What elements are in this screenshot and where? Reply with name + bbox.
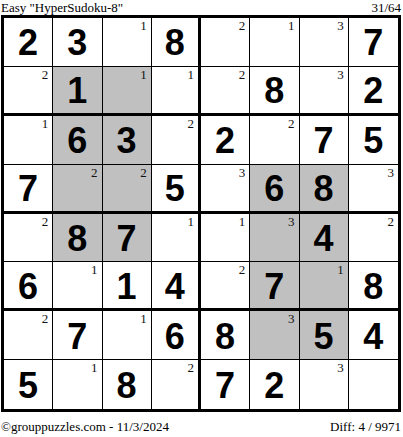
cell-r2c8: 2 (349, 67, 398, 116)
given-digit: 2 (264, 365, 284, 404)
cell-r7c3: 1 (103, 311, 152, 360)
corner-mark: 1 (91, 361, 98, 375)
cell-r8c8 (349, 360, 398, 409)
corner-mark: 2 (91, 166, 98, 180)
cell-r5c4: 1 (152, 214, 201, 263)
given-digit: 6 (165, 316, 185, 355)
corner-mark: 2 (188, 361, 195, 375)
page-header: Easy "HyperSudoku-8" 31/64 (0, 0, 403, 15)
cell-r3c4: 2 (152, 116, 201, 165)
cell-r7c5: 8 (201, 311, 250, 360)
given-digit: 7 (18, 168, 38, 207)
given-digit: 8 (117, 365, 137, 404)
corner-mark: 3 (288, 215, 295, 229)
cell-r5c7: 4 (300, 214, 349, 263)
cell-r7c2: 7 (53, 311, 102, 360)
given-digit: 1 (117, 266, 137, 305)
cell-r4c4: 5 (152, 165, 201, 214)
given-digit: 6 (264, 168, 284, 207)
cell-r5c8: 2 (349, 214, 398, 263)
given-digit: 4 (314, 218, 334, 257)
cell-r1c3: 1 (103, 18, 152, 67)
puzzle-page: Easy "HyperSudoku-8" 31/64 2318213721112… (0, 0, 403, 437)
difficulty-text: Diff: 4 / 9971 (330, 420, 401, 434)
given-digit: 7 (314, 120, 334, 159)
sudoku-board: 2318213721112832163222757225368328711342… (1, 15, 401, 412)
corner-mark: 2 (239, 68, 246, 82)
cell-r1c4: 8 (152, 18, 201, 67)
corner-mark: 1 (188, 68, 195, 82)
cell-r4c1: 7 (4, 165, 53, 214)
corner-mark: 3 (337, 19, 344, 33)
given-digit: 5 (363, 120, 383, 159)
cell-r3c2: 6 (53, 116, 102, 165)
corner-mark: 3 (388, 166, 395, 180)
cell-r6c7: 1 (300, 262, 349, 311)
cell-r1c8: 7 (349, 18, 398, 67)
cell-r2c5: 2 (201, 67, 250, 116)
cell-r7c1: 2 (4, 311, 53, 360)
corner-mark: 1 (140, 68, 147, 82)
given-digit: 7 (215, 365, 235, 404)
cell-r6c3: 1 (103, 262, 152, 311)
corner-mark: 3 (288, 312, 295, 326)
given-digit: 8 (314, 168, 334, 207)
given-digit: 8 (363, 266, 383, 305)
cell-r4c5: 3 (201, 165, 250, 214)
given-digit: 1 (67, 70, 87, 109)
corner-mark: 3 (337, 361, 344, 375)
cell-r3c6: 2 (250, 116, 299, 165)
cell-r8c1: 5 (4, 360, 53, 409)
given-digit: 8 (165, 22, 185, 61)
cell-r6c2: 1 (53, 262, 102, 311)
cell-r4c7: 8 (300, 165, 349, 214)
given-digit: 4 (165, 266, 185, 305)
corner-mark: 1 (337, 263, 344, 277)
cell-r3c8: 5 (349, 116, 398, 165)
given-digit: 2 (18, 22, 38, 61)
given-digit: 3 (117, 120, 137, 159)
cell-r1c2: 3 (53, 18, 102, 67)
given-digit: 8 (264, 70, 284, 109)
cell-r5c1: 2 (4, 214, 53, 263)
given-digit: 4 (363, 316, 383, 355)
cell-r8c6: 2 (250, 360, 299, 409)
cell-r2c6: 8 (250, 67, 299, 116)
given-digit: 2 (363, 70, 383, 109)
cell-r7c8: 4 (349, 311, 398, 360)
cell-r1c5: 2 (201, 18, 250, 67)
cell-r8c3: 8 (103, 360, 152, 409)
corner-mark: 1 (140, 312, 147, 326)
page-number: 31/64 (371, 1, 401, 14)
corner-mark: 2 (188, 117, 195, 131)
given-digit: 7 (264, 266, 284, 305)
corner-mark: 2 (239, 19, 246, 33)
corner-mark: 2 (388, 215, 395, 229)
corner-mark: 3 (337, 68, 344, 82)
corner-mark: 1 (91, 263, 98, 277)
cell-r7c6: 3 (250, 311, 299, 360)
corner-mark: 2 (239, 263, 246, 277)
cell-r2c3: 1 (103, 67, 152, 116)
cell-r6c1: 6 (4, 262, 53, 311)
cell-r8c4: 2 (152, 360, 201, 409)
given-digit: 7 (67, 316, 87, 355)
cell-r2c2: 1 (53, 67, 102, 116)
cell-r5c3: 7 (103, 214, 152, 263)
cell-r2c1: 2 (4, 67, 53, 116)
cell-r3c1: 1 (4, 116, 53, 165)
cell-r6c5: 2 (201, 262, 250, 311)
given-digit: 8 (215, 316, 235, 355)
corner-mark: 2 (42, 68, 49, 82)
cell-r2c4: 1 (152, 67, 201, 116)
corner-mark: 2 (42, 312, 49, 326)
corner-mark: 1 (288, 19, 295, 33)
corner-mark: 3 (239, 166, 246, 180)
cell-r8c2: 1 (53, 360, 102, 409)
cell-r6c6: 7 (250, 262, 299, 311)
given-digit: 6 (67, 120, 87, 159)
given-digit: 8 (67, 218, 87, 257)
cell-r1c1: 2 (4, 18, 53, 67)
corner-mark: 1 (42, 117, 49, 131)
cell-r3c5: 2 (201, 116, 250, 165)
given-digit: 7 (117, 218, 137, 257)
cell-r3c3: 3 (103, 116, 152, 165)
corner-mark: 2 (288, 117, 295, 131)
cell-r5c6: 3 (250, 214, 299, 263)
cell-r1c7: 3 (300, 18, 349, 67)
given-digit: 3 (67, 22, 87, 61)
corner-mark: 2 (140, 166, 147, 180)
cell-r2c7: 3 (300, 67, 349, 116)
cell-r3c7: 7 (300, 116, 349, 165)
cell-r8c7: 3 (300, 360, 349, 409)
cell-r7c4: 6 (152, 311, 201, 360)
cell-r1c6: 1 (250, 18, 299, 67)
given-digit: 5 (314, 316, 334, 355)
cell-r5c2: 8 (53, 214, 102, 263)
cell-r5c5: 1 (201, 214, 250, 263)
cell-r4c2: 2 (53, 165, 102, 214)
page-title: Easy "HyperSudoku-8" (1, 1, 123, 14)
given-digit: 7 (363, 22, 383, 61)
corner-mark: 1 (239, 215, 246, 229)
cell-r4c6: 6 (250, 165, 299, 214)
cell-r6c4: 4 (152, 262, 201, 311)
cell-r6c8: 8 (349, 262, 398, 311)
cell-r4c3: 2 (103, 165, 152, 214)
given-digit: 5 (18, 365, 38, 404)
page-footer: ©grouppuzzles.com - 11/3/2024 Diff: 4 / … (0, 412, 403, 434)
corner-mark: 1 (188, 215, 195, 229)
corner-mark: 2 (42, 215, 49, 229)
given-digit: 6 (18, 266, 38, 305)
copyright-text: ©grouppuzzles.com - 11/3/2024 (1, 420, 169, 434)
given-digit: 5 (165, 168, 185, 207)
cell-r4c8: 3 (349, 165, 398, 214)
cell-r8c5: 7 (201, 360, 250, 409)
given-digit: 2 (215, 120, 235, 159)
corner-mark: 1 (140, 19, 147, 33)
cell-r7c7: 5 (300, 311, 349, 360)
